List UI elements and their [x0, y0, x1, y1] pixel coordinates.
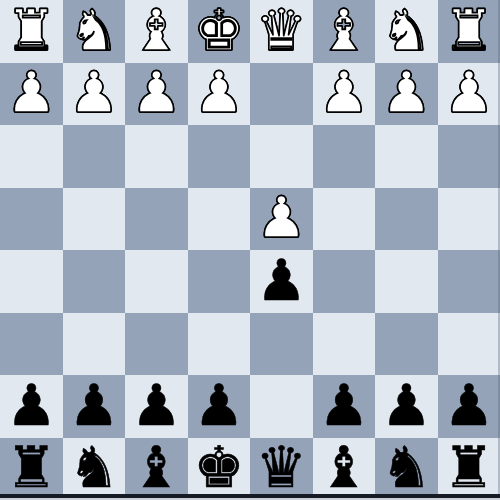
square-h2[interactable]: ♟ — [0, 63, 63, 126]
white-pawn[interactable]: ♟ — [131, 64, 182, 121]
black-pawn[interactable]: ♟ — [68, 377, 119, 434]
black-bishop[interactable]: ♝ — [318, 439, 369, 496]
black-pawn[interactable]: ♟ — [443, 377, 494, 434]
square-a3[interactable] — [438, 125, 500, 188]
square-a5[interactable] — [438, 250, 500, 313]
black-rook[interactable]: ♜ — [6, 439, 57, 496]
square-f4[interactable] — [125, 188, 188, 251]
black-pawn[interactable]: ♟ — [318, 377, 369, 434]
square-b6[interactable] — [375, 313, 438, 376]
black-queen[interactable]: ♛ — [256, 439, 307, 496]
square-d6[interactable] — [250, 313, 313, 376]
square-e7[interactable]: ♟ — [188, 375, 251, 438]
square-c6[interactable] — [313, 313, 376, 376]
black-knight[interactable]: ♞ — [68, 439, 119, 496]
square-e4[interactable] — [188, 188, 251, 251]
square-d3[interactable] — [250, 125, 313, 188]
black-pawn[interactable]: ♟ — [193, 377, 244, 434]
square-c3[interactable] — [313, 125, 376, 188]
square-b5[interactable] — [375, 250, 438, 313]
square-d2[interactable] — [250, 63, 313, 126]
white-pawn[interactable]: ♟ — [193, 64, 244, 121]
white-rook[interactable]: ♜ — [443, 2, 494, 59]
square-e1[interactable]: ♚ — [188, 0, 251, 63]
white-pawn[interactable]: ♟ — [318, 64, 369, 121]
black-king[interactable]: ♚ — [193, 439, 244, 496]
square-d8[interactable]: ♛ — [250, 438, 313, 500]
white-pawn[interactable]: ♟ — [381, 64, 432, 121]
white-rook[interactable]: ♜ — [6, 2, 57, 59]
black-pawn[interactable]: ♟ — [381, 377, 432, 434]
square-e2[interactable]: ♟ — [188, 63, 251, 126]
white-pawn[interactable]: ♟ — [256, 189, 307, 246]
square-h8[interactable]: ♜ — [0, 438, 63, 500]
square-f1[interactable]: ♝ — [125, 0, 188, 63]
square-b7[interactable]: ♟ — [375, 375, 438, 438]
chess-board: ♜♞♝♚♛♝♞♜♟♟♟♟♟♟♟♟♟♟♟♟♟♟♟♟♜♞♝♚♛♝♞♜ — [0, 0, 500, 500]
white-bishop[interactable]: ♝ — [131, 2, 182, 59]
square-c7[interactable]: ♟ — [313, 375, 376, 438]
square-d7[interactable] — [250, 375, 313, 438]
square-g2[interactable]: ♟ — [63, 63, 126, 126]
white-pawn[interactable]: ♟ — [443, 64, 494, 121]
square-g4[interactable] — [63, 188, 126, 251]
square-c4[interactable] — [313, 188, 376, 251]
white-queen[interactable]: ♛ — [256, 2, 307, 59]
square-d1[interactable]: ♛ — [250, 0, 313, 63]
black-rook[interactable]: ♜ — [443, 439, 494, 496]
black-pawn[interactable]: ♟ — [256, 252, 307, 309]
square-g3[interactable] — [63, 125, 126, 188]
square-d5[interactable]: ♟ — [250, 250, 313, 313]
square-b3[interactable] — [375, 125, 438, 188]
square-a4[interactable] — [438, 188, 500, 251]
white-knight[interactable]: ♞ — [381, 2, 432, 59]
white-pawn[interactable]: ♟ — [6, 64, 57, 121]
square-h7[interactable]: ♟ — [0, 375, 63, 438]
white-knight[interactable]: ♞ — [68, 2, 119, 59]
square-d4[interactable]: ♟ — [250, 188, 313, 251]
square-c5[interactable] — [313, 250, 376, 313]
square-c2[interactable]: ♟ — [313, 63, 376, 126]
black-knight[interactable]: ♞ — [381, 439, 432, 496]
square-f7[interactable]: ♟ — [125, 375, 188, 438]
square-b4[interactable] — [375, 188, 438, 251]
square-g5[interactable] — [63, 250, 126, 313]
square-h6[interactable] — [0, 313, 63, 376]
white-bishop[interactable]: ♝ — [318, 2, 369, 59]
white-pawn[interactable]: ♟ — [68, 64, 119, 121]
square-c1[interactable]: ♝ — [313, 0, 376, 63]
square-f5[interactable] — [125, 250, 188, 313]
square-b1[interactable]: ♞ — [375, 0, 438, 63]
square-f3[interactable] — [125, 125, 188, 188]
square-e6[interactable] — [188, 313, 251, 376]
square-e3[interactable] — [188, 125, 251, 188]
square-e8[interactable]: ♚ — [188, 438, 251, 500]
square-h5[interactable] — [0, 250, 63, 313]
black-pawn[interactable]: ♟ — [6, 377, 57, 434]
square-b2[interactable]: ♟ — [375, 63, 438, 126]
square-c8[interactable]: ♝ — [313, 438, 376, 500]
black-pawn[interactable]: ♟ — [131, 377, 182, 434]
black-bishop[interactable]: ♝ — [131, 439, 182, 496]
square-a2[interactable]: ♟ — [438, 63, 500, 126]
square-f6[interactable] — [125, 313, 188, 376]
square-g8[interactable]: ♞ — [63, 438, 126, 500]
square-a1[interactable]: ♜ — [438, 0, 500, 63]
square-a8[interactable]: ♜ — [438, 438, 500, 500]
square-g1[interactable]: ♞ — [63, 0, 126, 63]
square-a7[interactable]: ♟ — [438, 375, 500, 438]
square-e5[interactable] — [188, 250, 251, 313]
square-h1[interactable]: ♜ — [0, 0, 63, 63]
square-f8[interactable]: ♝ — [125, 438, 188, 500]
square-h4[interactable] — [0, 188, 63, 251]
square-f2[interactable]: ♟ — [125, 63, 188, 126]
square-g6[interactable] — [63, 313, 126, 376]
square-g7[interactable]: ♟ — [63, 375, 126, 438]
square-b8[interactable]: ♞ — [375, 438, 438, 500]
white-king[interactable]: ♚ — [193, 2, 244, 59]
square-a6[interactable] — [438, 313, 500, 376]
square-h3[interactable] — [0, 125, 63, 188]
